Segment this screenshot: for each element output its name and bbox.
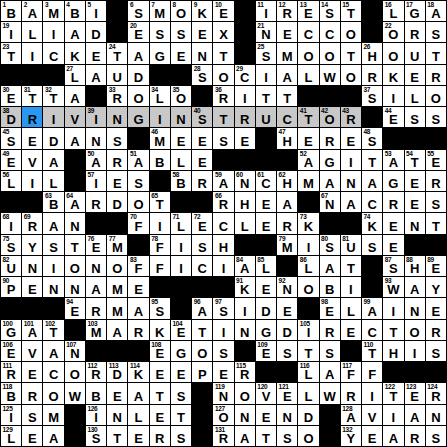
cell-r6c2[interactable]: R bbox=[22, 107, 42, 127]
cell-r4c17[interactable]: O bbox=[341, 65, 361, 85]
cell-r14c12[interactable]: 91K bbox=[235, 277, 255, 297]
cell-r5c12[interactable]: I bbox=[235, 86, 255, 106]
cell-r5c21[interactable]: O bbox=[426, 86, 446, 106]
cell-r20c15[interactable]: D bbox=[298, 405, 318, 425]
cell-r5c20[interactable]: L bbox=[405, 86, 425, 106]
cell-r2c17[interactable]: O bbox=[341, 22, 361, 42]
cell-r19c6[interactable]: E bbox=[107, 383, 127, 403]
cell-r16c8[interactable]: K bbox=[150, 320, 170, 340]
cell-r11c8[interactable]: I bbox=[150, 213, 170, 233]
cell-r9c6[interactable]: E bbox=[107, 171, 127, 191]
cell-r8c1[interactable]: 49E bbox=[1, 150, 21, 170]
cell-r2c15[interactable]: C bbox=[298, 22, 318, 42]
cell-r13c1[interactable]: 82U bbox=[1, 256, 21, 276]
cell-r9c5[interactable]: 57I bbox=[86, 171, 106, 191]
cell-r15c20[interactable]: N bbox=[405, 298, 425, 318]
cell-r3c18[interactable]: 26H bbox=[362, 43, 382, 63]
cell-r7c15[interactable]: E bbox=[298, 128, 318, 148]
cell-r10c11[interactable]: 66R bbox=[213, 192, 233, 212]
cell-r14c21[interactable]: Y bbox=[426, 277, 446, 297]
cell-r13c15[interactable]: 86L bbox=[298, 256, 318, 276]
cell-r7c4[interactable]: A bbox=[65, 128, 85, 148]
cell-r5c6[interactable]: 33R bbox=[107, 86, 127, 106]
cell-r2c13[interactable]: 21N bbox=[256, 22, 276, 42]
cell-r15c13[interactable]: D bbox=[256, 298, 276, 318]
cell-r20c5[interactable]: 126I bbox=[86, 405, 106, 425]
cell-r21c8[interactable]: R bbox=[150, 426, 170, 446]
cell-r16c7[interactable]: R bbox=[128, 320, 148, 340]
cell-r2c8[interactable]: S bbox=[150, 22, 170, 42]
cell-r12c10[interactable]: S bbox=[192, 235, 212, 255]
cell-r2c7[interactable]: 20E bbox=[128, 22, 148, 42]
cell-r2c11[interactable]: X bbox=[213, 22, 233, 42]
cell-r14c4[interactable]: N bbox=[65, 277, 85, 297]
cell-r20c19[interactable]: I bbox=[383, 405, 403, 425]
cell-r6c14[interactable]: C bbox=[277, 107, 297, 127]
cell-r10c13[interactable]: E bbox=[256, 192, 276, 212]
cell-r20c13[interactable]: E bbox=[256, 405, 276, 425]
cell-r6c20[interactable]: S bbox=[405, 107, 425, 127]
cell-r18c1[interactable]: 111R bbox=[1, 362, 21, 382]
cell-r11c1[interactable]: 68I bbox=[1, 213, 21, 233]
cell-r15c17[interactable]: L bbox=[341, 298, 361, 318]
cell-r6c6[interactable]: N bbox=[107, 107, 127, 127]
cell-r11c9[interactable]: 71L bbox=[171, 213, 191, 233]
cell-r1c13[interactable]: 11I bbox=[256, 1, 276, 21]
cell-r16c20[interactable]: O bbox=[405, 320, 425, 340]
cell-r21c17[interactable]: 132Y bbox=[341, 426, 361, 446]
cell-r3c6[interactable]: 24T bbox=[107, 43, 127, 63]
cell-r16c2[interactable]: 101A bbox=[22, 320, 42, 340]
cell-r6c7[interactable]: G bbox=[128, 107, 148, 127]
cell-r17c2[interactable]: V bbox=[22, 341, 42, 361]
cell-r8c7[interactable]: 51A bbox=[128, 150, 148, 170]
cell-r16c21[interactable]: R bbox=[426, 320, 446, 340]
cell-r17c19[interactable]: H bbox=[383, 341, 403, 361]
cell-r10c20[interactable]: E bbox=[405, 192, 425, 212]
cell-r2c2[interactable]: L bbox=[22, 22, 42, 42]
cell-r1c14[interactable]: 12R bbox=[277, 1, 297, 21]
cell-r14c6[interactable]: M bbox=[107, 277, 127, 297]
cell-r20c11[interactable]: 127O bbox=[213, 405, 233, 425]
cell-r2c3[interactable]: I bbox=[43, 22, 63, 42]
cell-r15c6[interactable]: M bbox=[107, 298, 127, 318]
cell-r13c10[interactable]: C bbox=[192, 256, 212, 276]
cell-r11c4[interactable]: N bbox=[65, 213, 85, 233]
cell-r13c4[interactable]: O bbox=[65, 256, 85, 276]
cell-r5c1[interactable]: 30E bbox=[1, 86, 21, 106]
cell-r2c20[interactable]: R bbox=[405, 22, 425, 42]
cell-r7c10[interactable]: E bbox=[192, 128, 212, 148]
cell-r1c11[interactable]: 10E bbox=[213, 1, 233, 21]
cell-r19c19[interactable]: 122T bbox=[383, 383, 403, 403]
cell-r21c2[interactable]: E bbox=[22, 426, 42, 446]
cell-r19c17[interactable]: R bbox=[341, 383, 361, 403]
cell-r7c18[interactable]: 48S bbox=[362, 128, 382, 148]
cell-r5c7[interactable]: O bbox=[128, 86, 148, 106]
cell-r18c6[interactable]: 113D bbox=[107, 362, 127, 382]
cell-r18c5[interactable]: 112R bbox=[86, 362, 106, 382]
cell-r3c5[interactable]: E bbox=[86, 43, 106, 63]
cell-r9c7[interactable]: S bbox=[128, 171, 148, 191]
cell-r1c19[interactable]: 16L bbox=[383, 1, 403, 21]
cell-r11c13[interactable]: E bbox=[256, 213, 276, 233]
cell-r5c18[interactable]: 37S bbox=[362, 86, 382, 106]
cell-r21c12[interactable]: A bbox=[235, 426, 255, 446]
cell-r2c14[interactable]: E bbox=[277, 22, 297, 42]
cell-r15c12[interactable]: I bbox=[235, 298, 255, 318]
cell-r12c4[interactable]: T bbox=[65, 235, 85, 255]
cell-r12c15[interactable]: I bbox=[298, 235, 318, 255]
cell-r16c6[interactable]: A bbox=[107, 320, 127, 340]
cell-r6c3[interactable]: I bbox=[43, 107, 63, 127]
cell-r11c15[interactable]: 73K bbox=[298, 213, 318, 233]
cell-r4c13[interactable]: I bbox=[256, 65, 276, 85]
cell-r16c19[interactable]: T bbox=[383, 320, 403, 340]
cell-r19c20[interactable]: 123E bbox=[405, 383, 425, 403]
cell-r1c7[interactable]: 6S bbox=[128, 1, 148, 21]
cell-r20c2[interactable]: S bbox=[22, 405, 42, 425]
cell-r18c11[interactable]: E bbox=[213, 362, 233, 382]
cell-r20c20[interactable]: A bbox=[405, 405, 425, 425]
cell-r9c11[interactable]: 59A bbox=[213, 171, 233, 191]
cell-r9c15[interactable]: M bbox=[298, 171, 318, 191]
cell-r18c12[interactable]: 115R bbox=[235, 362, 255, 382]
cell-r20c12[interactable]: N bbox=[235, 405, 255, 425]
cell-r21c9[interactable]: S bbox=[171, 426, 191, 446]
cell-r8c2[interactable]: V bbox=[22, 150, 42, 170]
cell-r6c13[interactable]: U bbox=[256, 107, 276, 127]
cell-r7c6[interactable]: S bbox=[107, 128, 127, 148]
cell-r21c5[interactable]: 130S bbox=[86, 426, 106, 446]
cell-r5c9[interactable]: 35O bbox=[171, 86, 191, 106]
cell-r10c4[interactable]: 64A bbox=[65, 192, 85, 212]
cell-r19c14[interactable]: 121E bbox=[277, 383, 297, 403]
cell-r21c3[interactable]: A bbox=[43, 426, 63, 446]
cell-r10c5[interactable]: R bbox=[86, 192, 106, 212]
cell-r6c15[interactable]: 41T bbox=[298, 107, 318, 127]
cell-r19c13[interactable]: 120V bbox=[256, 383, 276, 403]
cell-r17c11[interactable]: S bbox=[213, 341, 233, 361]
cell-r21c11[interactable]: 131R bbox=[213, 426, 233, 446]
cell-r9c18[interactable]: A bbox=[362, 171, 382, 191]
cell-r1c15[interactable]: 13E bbox=[298, 1, 318, 21]
cell-r16c16[interactable]: R bbox=[320, 320, 340, 340]
cell-r19c7[interactable]: A bbox=[128, 383, 148, 403]
cell-r1c9[interactable]: 8O bbox=[171, 1, 191, 21]
cell-r15c8[interactable]: 95S bbox=[150, 298, 170, 318]
cell-r16c18[interactable]: C bbox=[362, 320, 382, 340]
cell-r11c21[interactable]: T bbox=[426, 213, 446, 233]
cell-r6c17[interactable]: 43R bbox=[341, 107, 361, 127]
cell-r21c1[interactable]: 129L bbox=[1, 426, 21, 446]
cell-r11c18[interactable]: 74K bbox=[362, 213, 382, 233]
cell-r6c8[interactable]: I bbox=[150, 107, 170, 127]
cell-r19c1[interactable]: 118B bbox=[1, 383, 21, 403]
cell-r4c7[interactable]: D bbox=[128, 65, 148, 85]
cell-r3c20[interactable]: U bbox=[405, 43, 425, 63]
cell-r19c8[interactable]: T bbox=[150, 383, 170, 403]
cell-r18c18[interactable]: F bbox=[362, 362, 382, 382]
cell-r1c10[interactable]: 9K bbox=[192, 1, 212, 21]
cell-r20c1[interactable]: 125I bbox=[1, 405, 21, 425]
cell-r10c6[interactable]: D bbox=[107, 192, 127, 212]
cell-r16c11[interactable]: I bbox=[213, 320, 233, 340]
cell-r3c3[interactable]: C bbox=[43, 43, 63, 63]
cell-r7c11[interactable]: S bbox=[213, 128, 233, 148]
cell-r2c5[interactable]: D bbox=[86, 22, 106, 42]
cell-r14c17[interactable]: I bbox=[341, 277, 361, 297]
cell-r14c7[interactable]: E bbox=[128, 277, 148, 297]
cell-r10c17[interactable]: A bbox=[341, 192, 361, 212]
cell-r16c3[interactable]: 102T bbox=[43, 320, 63, 340]
cell-r9c21[interactable]: R bbox=[426, 171, 446, 191]
cell-r19c21[interactable]: 124R bbox=[426, 383, 446, 403]
cell-r20c7[interactable]: L bbox=[128, 405, 148, 425]
cell-r7c17[interactable]: E bbox=[341, 128, 361, 148]
cell-r21c18[interactable]: E bbox=[362, 426, 382, 446]
cell-r13c17[interactable]: T bbox=[341, 256, 361, 276]
cell-r7c16[interactable]: R bbox=[320, 128, 340, 148]
cell-r3c15[interactable]: O bbox=[298, 43, 318, 63]
cell-r15c5[interactable]: R bbox=[86, 298, 106, 318]
cell-r7c12[interactable]: E bbox=[235, 128, 255, 148]
cell-r15c4[interactable]: 94E bbox=[65, 298, 85, 318]
cell-r15c16[interactable]: 98E bbox=[320, 298, 340, 318]
cell-r14c14[interactable]: 92N bbox=[277, 277, 297, 297]
cell-r17c1[interactable]: 106E bbox=[1, 341, 21, 361]
cell-r2c9[interactable]: S bbox=[171, 22, 191, 42]
cell-r4c11[interactable]: O bbox=[213, 65, 233, 85]
cell-r8c21[interactable]: 55E bbox=[426, 150, 446, 170]
cell-r6c9[interactable]: N bbox=[171, 107, 191, 127]
cell-r1c3[interactable]: 3M bbox=[43, 1, 63, 21]
cell-r8c8[interactable]: B bbox=[150, 150, 170, 170]
cell-r4c6[interactable]: U bbox=[107, 65, 127, 85]
cell-r5c19[interactable]: I bbox=[383, 86, 403, 106]
cell-r19c15[interactable]: L bbox=[298, 383, 318, 403]
cell-r8c17[interactable]: I bbox=[341, 150, 361, 170]
cell-r4c5[interactable]: A bbox=[86, 65, 106, 85]
cell-r10c3[interactable]: 63B bbox=[43, 192, 63, 212]
cell-r17c9[interactable]: G bbox=[171, 341, 191, 361]
cell-r4c10[interactable]: 28S bbox=[192, 65, 212, 85]
cell-r7c14[interactable]: 47H bbox=[277, 128, 297, 148]
cell-r13c8[interactable]: F bbox=[150, 256, 170, 276]
cell-r18c9[interactable]: E bbox=[171, 362, 191, 382]
cell-r9c20[interactable]: E bbox=[405, 171, 425, 191]
cell-r20c9[interactable]: T bbox=[171, 405, 191, 425]
cell-r21c21[interactable]: S bbox=[426, 426, 446, 446]
cell-r2c16[interactable]: C bbox=[320, 22, 340, 42]
cell-r21c13[interactable]: T bbox=[256, 426, 276, 446]
cell-r5c14[interactable]: T bbox=[277, 86, 297, 106]
cell-r13c19[interactable]: 87S bbox=[383, 256, 403, 276]
cell-r1c21[interactable]: 18A bbox=[426, 1, 446, 21]
cell-r21c15[interactable]: O bbox=[298, 426, 318, 446]
cell-r12c6[interactable]: 77M bbox=[107, 235, 127, 255]
cell-r16c10[interactable]: T bbox=[192, 320, 212, 340]
cell-r9c14[interactable]: 62H bbox=[277, 171, 297, 191]
cell-r12c2[interactable]: Y bbox=[22, 235, 42, 255]
cell-r17c16[interactable]: S bbox=[320, 341, 340, 361]
cell-r10c7[interactable]: O bbox=[128, 192, 148, 212]
cell-r3c10[interactable]: N bbox=[192, 43, 212, 63]
cell-r6c10[interactable]: 40S bbox=[192, 107, 212, 127]
cell-r3c11[interactable]: T bbox=[213, 43, 233, 63]
cell-r4c4[interactable]: 27L bbox=[65, 65, 85, 85]
cell-r6c11[interactable]: T bbox=[213, 107, 233, 127]
cell-r4c21[interactable]: R bbox=[426, 65, 446, 85]
cell-r7c8[interactable]: 46M bbox=[150, 128, 170, 148]
cell-r16c14[interactable]: D bbox=[277, 320, 297, 340]
cell-r9c17[interactable]: N bbox=[341, 171, 361, 191]
cell-r13c20[interactable]: 88H bbox=[405, 256, 425, 276]
cell-r4c16[interactable]: W bbox=[320, 65, 340, 85]
cell-r2c19[interactable]: 22O bbox=[383, 22, 403, 42]
cell-r17c15[interactable]: T bbox=[298, 341, 318, 361]
cell-r6c19[interactable]: 44E bbox=[383, 107, 403, 127]
cell-r11c19[interactable]: E bbox=[383, 213, 403, 233]
cell-r1c2[interactable]: 2A bbox=[22, 1, 42, 21]
cell-r20c6[interactable]: N bbox=[107, 405, 127, 425]
cell-r7c1[interactable]: 45S bbox=[1, 128, 21, 148]
cell-r5c4[interactable]: A bbox=[65, 86, 85, 106]
cell-r8c19[interactable]: 53A bbox=[383, 150, 403, 170]
cell-r3c1[interactable]: 23T bbox=[1, 43, 21, 63]
cell-r8c16[interactable]: G bbox=[320, 150, 340, 170]
cell-r17c21[interactable]: S bbox=[426, 341, 446, 361]
cell-r4c20[interactable]: E bbox=[405, 65, 425, 85]
cell-r6c4[interactable]: V bbox=[65, 107, 85, 127]
cell-r8c18[interactable]: T bbox=[362, 150, 382, 170]
cell-r11c7[interactable]: 70F bbox=[128, 213, 148, 233]
cell-r21c14[interactable]: S bbox=[277, 426, 297, 446]
cell-r19c9[interactable]: S bbox=[171, 383, 191, 403]
cell-r9c1[interactable]: 56L bbox=[1, 171, 21, 191]
cell-r13c13[interactable]: 85L bbox=[256, 256, 276, 276]
cell-r21c7[interactable]: E bbox=[128, 426, 148, 446]
cell-r20c18[interactable]: V bbox=[362, 405, 382, 425]
cell-r19c4[interactable]: W bbox=[65, 383, 85, 403]
cell-r10c18[interactable]: C bbox=[362, 192, 382, 212]
cell-r14c13[interactable]: E bbox=[256, 277, 276, 297]
cell-r11c12[interactable]: L bbox=[235, 213, 255, 233]
cell-r1c20[interactable]: 17G bbox=[405, 1, 425, 21]
cell-r4c15[interactable]: L bbox=[298, 65, 318, 85]
cell-r9c12[interactable]: 60N bbox=[235, 171, 255, 191]
cell-r1c5[interactable]: 5I bbox=[86, 1, 106, 21]
cell-r7c9[interactable]: E bbox=[171, 128, 191, 148]
cell-r4c18[interactable]: R bbox=[362, 65, 382, 85]
cell-r13c2[interactable]: N bbox=[22, 256, 42, 276]
cell-r8c6[interactable]: R bbox=[107, 150, 127, 170]
cell-r14c19[interactable]: 93W bbox=[383, 277, 403, 297]
cell-r11c11[interactable]: C bbox=[213, 213, 233, 233]
cell-r7c2[interactable]: E bbox=[22, 128, 42, 148]
cell-r13c21[interactable]: 89E bbox=[426, 256, 446, 276]
cell-r3c2[interactable]: I bbox=[22, 43, 42, 63]
cell-r17c3[interactable]: A bbox=[43, 341, 63, 361]
cell-r10c19[interactable]: R bbox=[383, 192, 403, 212]
cell-r12c14[interactable]: 79M bbox=[277, 235, 297, 255]
cell-r3c21[interactable]: T bbox=[426, 43, 446, 63]
cell-r8c9[interactable]: L bbox=[171, 150, 191, 170]
cell-r18c7[interactable]: 114K bbox=[128, 362, 148, 382]
cell-r20c3[interactable]: M bbox=[43, 405, 63, 425]
cell-r12c3[interactable]: S bbox=[43, 235, 63, 255]
cell-r14c15[interactable]: O bbox=[298, 277, 318, 297]
cell-r18c2[interactable]: E bbox=[22, 362, 42, 382]
cell-r9c10[interactable]: R bbox=[192, 171, 212, 191]
cell-r17c10[interactable]: O bbox=[192, 341, 212, 361]
cell-r13c3[interactable]: I bbox=[43, 256, 63, 276]
cell-r3c4[interactable]: K bbox=[65, 43, 85, 63]
cell-r13c5[interactable]: N bbox=[86, 256, 106, 276]
cell-r11c2[interactable]: 69R bbox=[22, 213, 42, 233]
cell-r17c8[interactable]: 108E bbox=[150, 341, 170, 361]
cell-r18c16[interactable]: A bbox=[320, 362, 340, 382]
cell-r12c16[interactable]: 80S bbox=[320, 235, 340, 255]
cell-r9c2[interactable]: I bbox=[22, 171, 42, 191]
cell-r19c12[interactable]: O bbox=[235, 383, 255, 403]
cell-r15c10[interactable]: 96A bbox=[192, 298, 212, 318]
cell-r5c2[interactable]: 31T bbox=[22, 86, 42, 106]
cell-r20c21[interactable]: N bbox=[426, 405, 446, 425]
cell-r16c5[interactable]: 103M bbox=[86, 320, 106, 340]
cell-r5c8[interactable]: 34L bbox=[150, 86, 170, 106]
cell-r17c14[interactable]: S bbox=[277, 341, 297, 361]
cell-r8c3[interactable]: A bbox=[43, 150, 63, 170]
cell-r3c8[interactable]: G bbox=[150, 43, 170, 63]
cell-r16c13[interactable]: G bbox=[256, 320, 276, 340]
cell-r14c16[interactable]: B bbox=[320, 277, 340, 297]
cell-r10c21[interactable]: S bbox=[426, 192, 446, 212]
cell-r16c9[interactable]: 104E bbox=[171, 320, 191, 340]
cell-r11c20[interactable]: N bbox=[405, 213, 425, 233]
cell-r3c13[interactable]: 25S bbox=[256, 43, 276, 63]
cell-r9c3[interactable]: L bbox=[43, 171, 63, 191]
cell-r18c17[interactable]: 117F bbox=[341, 362, 361, 382]
cell-r6c1[interactable]: 38D bbox=[1, 107, 21, 127]
cell-r8c10[interactable]: E bbox=[192, 150, 212, 170]
cell-r3c19[interactable]: O bbox=[383, 43, 403, 63]
cell-r1c1[interactable]: 1B bbox=[1, 1, 21, 21]
cell-r7c3[interactable]: D bbox=[43, 128, 63, 148]
cell-r13c16[interactable]: A bbox=[320, 256, 340, 276]
cell-r10c16[interactable]: 67N bbox=[320, 192, 340, 212]
cell-r13c9[interactable]: I bbox=[171, 256, 191, 276]
cell-r15c14[interactable]: E bbox=[277, 298, 297, 318]
cell-r21c20[interactable]: R bbox=[405, 426, 425, 446]
cell-r10c12[interactable]: H bbox=[235, 192, 255, 212]
cell-r13c11[interactable]: I bbox=[213, 256, 233, 276]
cell-r18c15[interactable]: 116L bbox=[298, 362, 318, 382]
cell-r6c16[interactable]: 42O bbox=[320, 107, 340, 127]
cell-r4c14[interactable]: A bbox=[277, 65, 297, 85]
cell-r12c11[interactable]: H bbox=[213, 235, 233, 255]
cell-r19c2[interactable]: R bbox=[22, 383, 42, 403]
cell-r20c17[interactable]: 128A bbox=[341, 405, 361, 425]
cell-r9c19[interactable]: G bbox=[383, 171, 403, 191]
cell-r20c14[interactable]: N bbox=[277, 405, 297, 425]
cell-r17c20[interactable]: I bbox=[405, 341, 425, 361]
cell-r15c18[interactable]: 99A bbox=[362, 298, 382, 318]
cell-r2c21[interactable]: S bbox=[426, 22, 446, 42]
cell-r9c9[interactable]: 58B bbox=[171, 171, 191, 191]
cell-r13c12[interactable]: 84A bbox=[235, 256, 255, 276]
cell-r11c3[interactable]: A bbox=[43, 213, 63, 233]
